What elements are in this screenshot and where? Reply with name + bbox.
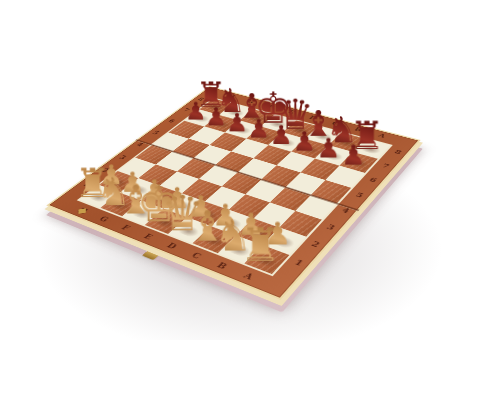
black-pawn-a7[interactable]: ♟ — [315, 141, 392, 168]
product-photo-scene: ♜♞♝♚♛♝♞♜♟♟♟♟♟♟♟♟♟♟♟♟♟♟♟♟♜♞♝♚♛♝♞♜ HGFEDCB… — [0, 0, 500, 400]
square-a7[interactable]: ♟ — [339, 152, 377, 173]
white-rook-a1[interactable]: ♜ — [215, 222, 305, 268]
